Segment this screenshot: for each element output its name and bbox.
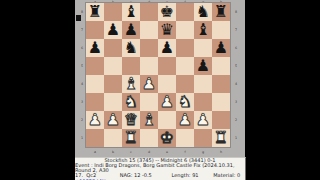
square-g1[interactable]	[194, 129, 212, 147]
square-g5[interactable]: ♟	[194, 57, 212, 75]
info-inner: Stockfish 15 (3745) -- Midnight 6 (3441)…	[75, 158, 245, 180]
rank-label: 4	[234, 79, 238, 89]
square-d6[interactable]	[140, 39, 158, 57]
square-d3[interactable]	[140, 93, 158, 111]
white-pawn: ♟	[196, 111, 210, 129]
square-c6[interactable]: ♞	[122, 39, 140, 57]
info-panel: Stockfish 15 (3745) -- Midnight 6 (3441)…	[75, 157, 246, 180]
square-c1[interactable]: ♜	[122, 129, 140, 147]
white-pawn: ♟	[160, 93, 174, 111]
square-e7[interactable]: ♛	[158, 21, 176, 39]
rank-label: 7	[80, 25, 84, 35]
board-panel: abcdefgh 87654321 87654321 ♜♝♚♞♜♟♟♛♝♟♞♟♟…	[75, 0, 245, 158]
black-queen: ♛	[160, 21, 174, 39]
square-f4[interactable]	[176, 75, 194, 93]
rank-label: 3	[80, 97, 84, 107]
rank-label: 4	[80, 79, 84, 89]
square-b1[interactable]	[104, 129, 122, 147]
square-c3[interactable]: ♞	[122, 93, 140, 111]
file-label: f	[180, 150, 190, 154]
white-king: ♚	[160, 129, 174, 147]
square-b7[interactable]: ♟	[104, 21, 122, 39]
square-f1[interactable]	[176, 129, 194, 147]
letterbox-left	[0, 0, 75, 180]
square-h5[interactable]	[212, 57, 230, 75]
black-pawn: ♟	[106, 21, 120, 39]
rank-label: 6	[234, 43, 238, 53]
square-e8[interactable]: ♚	[158, 3, 176, 21]
black-pawn: ♟	[196, 57, 210, 75]
square-c5[interactable]	[122, 57, 140, 75]
black-rook: ♜	[214, 3, 228, 21]
file-labels-bottom: abcdefgh	[86, 148, 230, 155]
square-f5[interactable]	[176, 57, 194, 75]
white-rook: ♜	[214, 129, 228, 147]
white-rook: ♜	[124, 129, 138, 147]
rank-label: 1	[234, 133, 238, 143]
square-a6[interactable]: ♟	[86, 39, 104, 57]
rank-label: 2	[80, 115, 84, 125]
square-f7[interactable]	[176, 21, 194, 39]
square-g6[interactable]	[194, 39, 212, 57]
square-h1[interactable]: ♜	[212, 129, 230, 147]
nag-eval: NAG: 12 -0.5	[120, 174, 172, 179]
square-b6[interactable]	[104, 39, 122, 57]
square-e4[interactable]	[158, 75, 176, 93]
square-h3[interactable]	[212, 93, 230, 111]
square-f8[interactable]	[176, 3, 194, 21]
square-b5[interactable]	[104, 57, 122, 75]
material-balance: Material: 0	[213, 174, 240, 179]
square-d4[interactable]: ♟	[140, 75, 158, 93]
black-bishop: ♝	[124, 3, 138, 21]
square-e1[interactable]: ♚	[158, 129, 176, 147]
white-bishop: ♝	[124, 75, 138, 93]
square-g2[interactable]: ♟	[194, 111, 212, 129]
square-f2[interactable]: ♟	[176, 111, 194, 129]
rank-label: 7	[234, 25, 238, 35]
file-label: e	[162, 150, 172, 154]
engine-speed-link: +11928 kN/s	[75, 179, 245, 180]
black-pawn: ♟	[214, 39, 228, 57]
square-b8[interactable]	[104, 3, 122, 21]
square-e2[interactable]	[158, 111, 176, 129]
square-h2[interactable]	[212, 111, 230, 129]
black-pawn: ♟	[124, 21, 138, 39]
rank-label: 5	[234, 61, 238, 71]
white-knight: ♞	[124, 93, 138, 111]
square-b4[interactable]	[104, 75, 122, 93]
square-d5[interactable]	[140, 57, 158, 75]
black-pawn: ♟	[160, 39, 174, 57]
square-a3[interactable]	[86, 93, 104, 111]
rank-labels-left: 87654321	[78, 3, 86, 147]
square-c7[interactable]: ♟	[122, 21, 140, 39]
square-h6[interactable]: ♟	[212, 39, 230, 57]
square-d1[interactable]	[140, 129, 158, 147]
square-a8[interactable]: ♜	[86, 3, 104, 21]
square-h8[interactable]: ♜	[212, 3, 230, 21]
square-h4[interactable]	[212, 75, 230, 93]
white-pawn: ♟	[142, 75, 156, 93]
rank-label: 3	[234, 97, 238, 107]
square-a2[interactable]: ♟	[86, 111, 104, 129]
white-queen: ♛	[124, 111, 138, 129]
black-bishop: ♝	[196, 21, 210, 39]
rank-label: 5	[80, 61, 84, 71]
square-c4[interactable]: ♝	[122, 75, 140, 93]
black-rook: ♜	[88, 3, 102, 21]
square-d7[interactable]	[140, 21, 158, 39]
square-g4[interactable]	[194, 75, 212, 93]
black-king: ♚	[160, 3, 174, 21]
white-pawn: ♟	[88, 111, 102, 129]
rank-labels-right: 87654321	[232, 3, 240, 147]
file-label: d	[144, 150, 154, 154]
chess-board: ♜♝♚♞♜♟♟♛♝♟♞♟♟♟♝♟♞♟♞♟♟♛♝♟♟♜♚♜	[86, 3, 230, 147]
game-length: Length: 91	[171, 174, 213, 179]
square-c2[interactable]: ♛	[122, 111, 140, 129]
white-pawn: ♟	[178, 111, 192, 129]
square-e5[interactable]	[158, 57, 176, 75]
square-a4[interactable]	[86, 75, 104, 93]
square-f3[interactable]: ♞	[176, 93, 194, 111]
white-knight: ♞	[178, 93, 192, 111]
square-h7[interactable]	[212, 21, 230, 39]
rank-label: 2	[234, 115, 238, 125]
file-label: g	[198, 150, 208, 154]
square-g3[interactable]	[194, 93, 212, 111]
rank-label: 6	[80, 43, 84, 53]
video-frame: abcdefgh 87654321 87654321 ♜♝♚♞♜♟♟♛♝♟♞♟♟…	[0, 0, 320, 180]
square-g8[interactable]: ♞	[194, 3, 212, 21]
square-f6[interactable]	[176, 39, 194, 57]
white-pawn: ♟	[106, 111, 120, 129]
square-g7[interactable]: ♝	[194, 21, 212, 39]
square-a7[interactable]	[86, 21, 104, 39]
square-d2[interactable]: ♝	[140, 111, 158, 129]
rank-label: 1	[80, 133, 84, 143]
square-b2[interactable]: ♟	[104, 111, 122, 129]
file-label: h	[216, 150, 226, 154]
white-bishop: ♝	[142, 111, 156, 129]
square-a1[interactable]	[86, 129, 104, 147]
square-b3[interactable]	[104, 93, 122, 111]
black-knight: ♞	[196, 3, 210, 21]
square-a5[interactable]	[86, 57, 104, 75]
letterbox-right	[245, 0, 320, 180]
black-pawn: ♟	[88, 39, 102, 57]
file-label: a	[90, 150, 100, 154]
square-e3[interactable]: ♟	[158, 93, 176, 111]
rank-label: 8	[234, 7, 238, 17]
square-e6[interactable]: ♟	[158, 39, 176, 57]
square-c8[interactable]: ♝	[122, 3, 140, 21]
square-d8[interactable]	[140, 3, 158, 21]
file-label: c	[126, 150, 136, 154]
black-knight: ♞	[124, 39, 138, 57]
file-label: b	[108, 150, 118, 154]
rank-label: 8	[80, 7, 84, 17]
